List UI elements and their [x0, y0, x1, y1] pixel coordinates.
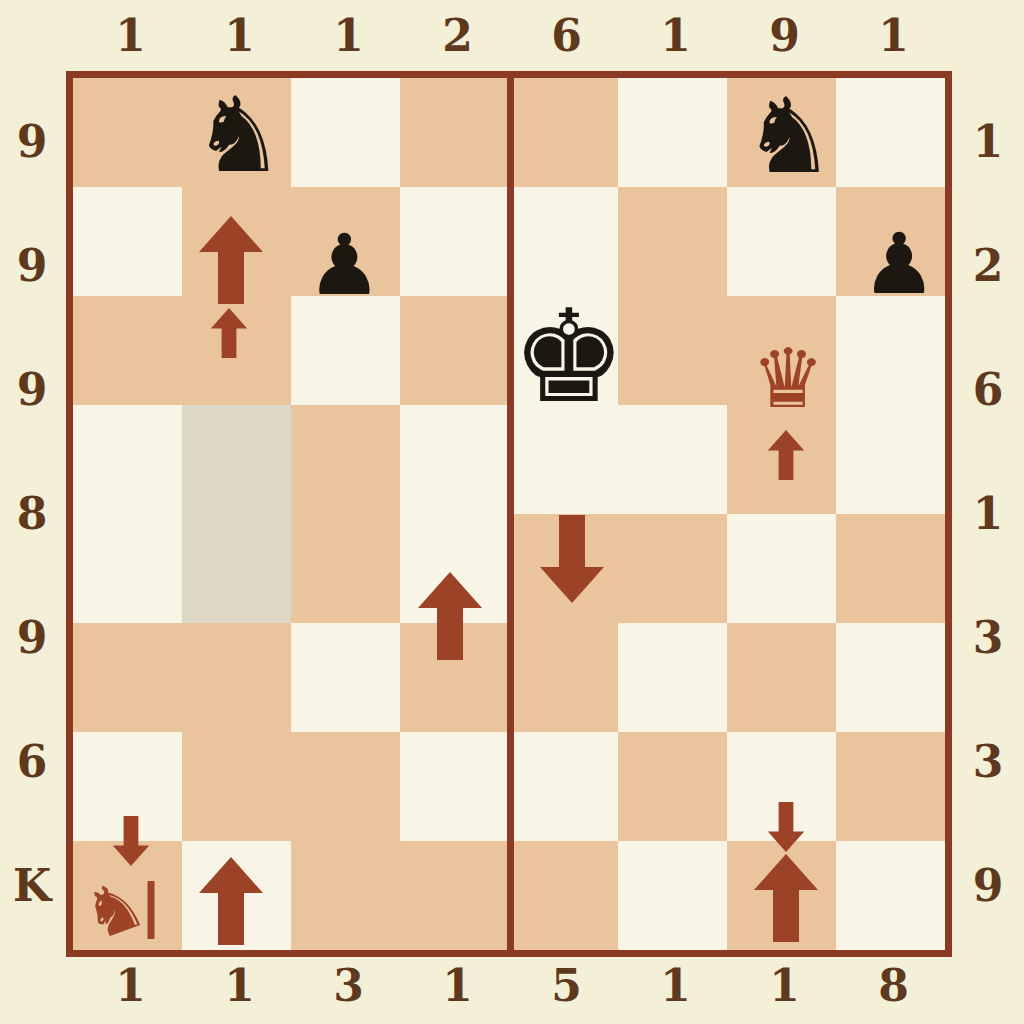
black-pawn-glyph: ♟ [307, 223, 382, 307]
file-label: 1 [185, 4, 294, 68]
right-coordinate-labels: 1261339 [956, 79, 1020, 947]
up-arrow-big [199, 216, 263, 304]
red-queen-glyph: ♛ [751, 338, 825, 420]
down-arrow-small [767, 802, 805, 852]
board-square[interactable] [182, 514, 291, 623]
file-label: 6 [512, 4, 621, 68]
board-square[interactable] [509, 78, 618, 187]
board-square[interactable] [509, 623, 618, 732]
board-square[interactable] [509, 187, 618, 296]
up-arrow-big [199, 857, 263, 945]
board-square[interactable] [836, 623, 945, 732]
board-square[interactable] [836, 78, 945, 187]
file-label: 1 [294, 4, 403, 68]
chess-board: ♞♞♟♟♚♛♞ [66, 71, 952, 957]
board-square[interactable] [73, 514, 182, 623]
up-arrow-big [418, 572, 482, 660]
file-label: 3 [294, 954, 403, 1018]
file-label: 5 [512, 954, 621, 1018]
file-label: 1 [76, 954, 185, 1018]
board-square[interactable] [182, 623, 291, 732]
black-king-glyph: ♚ [512, 293, 627, 421]
board-square[interactable] [400, 187, 509, 296]
board-square[interactable] [400, 78, 509, 187]
rank-label: 9 [0, 612, 64, 663]
rank-label: 6 [0, 736, 64, 787]
board-square[interactable] [509, 841, 618, 950]
black-knight-glyph: ♞ [743, 84, 836, 188]
file-label: 1 [621, 4, 730, 68]
board-square[interactable] [291, 514, 400, 623]
board-square[interactable] [400, 296, 509, 405]
rank-label: 8 [0, 488, 64, 539]
board-square[interactable] [400, 732, 509, 841]
file-label: 1 [76, 4, 185, 68]
board-square[interactable] [727, 187, 836, 296]
rank-label: 6 [956, 364, 1020, 415]
red-queen-piece[interactable]: ♛ [751, 338, 825, 420]
board-square[interactable] [836, 514, 945, 623]
board-square[interactable] [291, 78, 400, 187]
black-king-piece[interactable]: ♚ [512, 293, 627, 421]
board-square[interactable] [400, 405, 509, 514]
board-square[interactable] [836, 405, 945, 514]
board-square[interactable] [727, 514, 836, 623]
rank-label: K [0, 860, 64, 911]
black-pawn-piece[interactable]: ♟ [307, 223, 382, 307]
black-pawn-piece[interactable]: ♟ [862, 222, 937, 306]
board-square[interactable] [618, 78, 727, 187]
board-square[interactable] [618, 732, 727, 841]
black-knight-piece[interactable]: ♞ [192, 83, 285, 187]
file-label: 1 [185, 954, 294, 1018]
board-square[interactable] [73, 405, 182, 514]
rank-label: 2 [956, 240, 1020, 291]
board-square[interactable] [618, 514, 727, 623]
board-center-divider-line [507, 78, 514, 950]
down-arrow-small [112, 816, 150, 866]
board-square[interactable] [618, 187, 727, 296]
board-square[interactable] [291, 405, 400, 514]
rank-label: 9 [0, 240, 64, 291]
rank-label: 9 [956, 860, 1020, 911]
file-label: 1 [621, 954, 730, 1018]
board-square[interactable] [836, 732, 945, 841]
rank-label: 3 [956, 736, 1020, 787]
board-square[interactable] [727, 623, 836, 732]
board-square[interactable] [291, 732, 400, 841]
black-knight-piece[interactable]: ♞ [743, 84, 836, 188]
board-square[interactable] [618, 405, 727, 514]
board-square[interactable] [618, 296, 727, 405]
board-square[interactable] [73, 78, 182, 187]
file-label: 2 [403, 4, 512, 68]
board-square[interactable] [182, 732, 291, 841]
up-arrow-small [767, 430, 805, 480]
board-square[interactable] [291, 623, 400, 732]
board-square[interactable] [836, 841, 945, 950]
left-coordinate-labels: 999896K [0, 79, 64, 947]
black-pawn-glyph: ♟ [862, 222, 937, 306]
board-square[interactable] [73, 623, 182, 732]
up-arrow-big [754, 854, 818, 942]
board-square[interactable] [182, 405, 291, 514]
board-square[interactable] [618, 623, 727, 732]
board-square[interactable] [291, 841, 400, 950]
file-label: 1 [403, 954, 512, 1018]
red-knight-glyph: ♞ [73, 867, 154, 952]
rank-label: 9 [0, 116, 64, 167]
top-coordinate-labels: 11126191 [76, 4, 948, 68]
file-label: 1 [730, 954, 839, 1018]
black-knight-glyph: ♞ [192, 83, 285, 187]
file-label: 1 [839, 4, 948, 68]
red-knight-piece[interactable]: ♞ [83, 876, 154, 944]
board-square[interactable] [73, 187, 182, 296]
file-label: 9 [730, 4, 839, 68]
rank-label: 3 [956, 612, 1020, 663]
file-label: 8 [839, 954, 948, 1018]
down-arrow-big [540, 515, 604, 603]
rank-label: 9 [0, 364, 64, 415]
bottom-coordinate-labels: 11315118 [76, 954, 948, 1018]
rank-label: 1 [956, 488, 1020, 539]
board-square[interactable] [509, 732, 618, 841]
board-square[interactable] [618, 841, 727, 950]
board-square[interactable] [400, 841, 509, 950]
rank-label: 1 [956, 116, 1020, 167]
up-arrow-small [210, 308, 248, 358]
board-square[interactable] [73, 296, 182, 405]
chess-diagram: 11126191 999896K 1261339 11315118 ♞♞♟♟♚♛… [0, 0, 1024, 1024]
